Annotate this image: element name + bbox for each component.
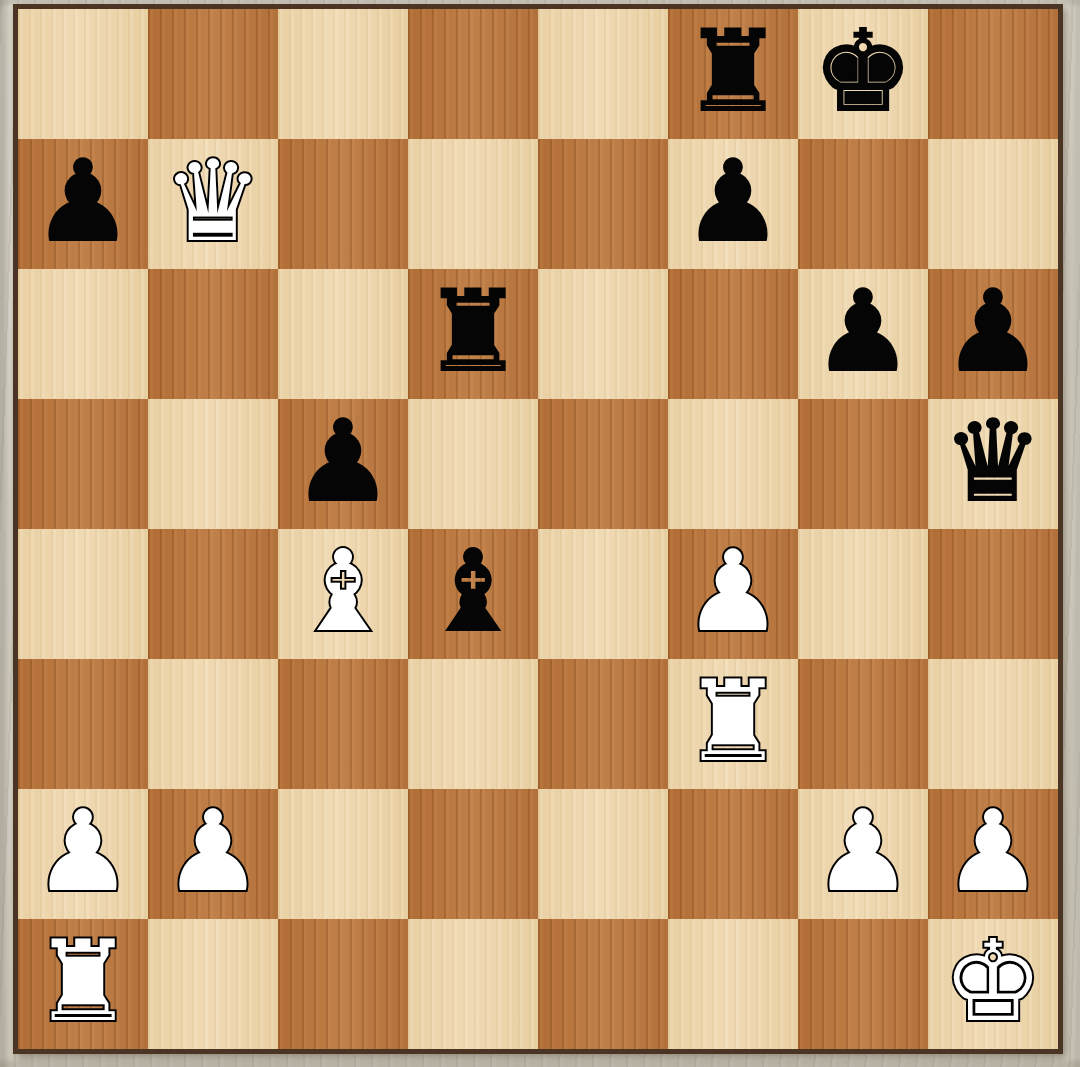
square-d1[interactable] bbox=[408, 919, 538, 1049]
square-c4[interactable]: ♝ bbox=[278, 529, 408, 659]
square-b5[interactable] bbox=[148, 399, 278, 529]
square-h7[interactable] bbox=[928, 139, 1058, 269]
square-f1[interactable] bbox=[668, 919, 798, 1049]
piece-white-pawn[interactable]: ♟ bbox=[928, 786, 1058, 916]
square-c2[interactable] bbox=[278, 789, 408, 919]
square-b3[interactable] bbox=[148, 659, 278, 789]
square-c8[interactable] bbox=[278, 9, 408, 139]
piece-black-pawn[interactable]: ♟ bbox=[668, 136, 798, 266]
square-a3[interactable] bbox=[18, 659, 148, 789]
piece-black-pawn[interactable]: ♟ bbox=[278, 396, 408, 526]
piece-black-pawn[interactable]: ♟ bbox=[18, 136, 148, 266]
square-h1[interactable]: ♚ bbox=[928, 919, 1058, 1049]
square-g7[interactable] bbox=[798, 139, 928, 269]
piece-white-pawn[interactable]: ♟ bbox=[18, 786, 148, 916]
square-b7[interactable]: ♛ bbox=[148, 139, 278, 269]
square-d8[interactable] bbox=[408, 9, 538, 139]
square-e8[interactable] bbox=[538, 9, 668, 139]
piece-white-pawn[interactable]: ♟ bbox=[148, 786, 278, 916]
square-h5[interactable]: ♛ bbox=[928, 399, 1058, 529]
square-g3[interactable] bbox=[798, 659, 928, 789]
piece-black-queen[interactable]: ♛ bbox=[928, 396, 1058, 526]
square-e4[interactable] bbox=[538, 529, 668, 659]
piece-white-pawn[interactable]: ♟ bbox=[668, 526, 798, 656]
piece-black-rook[interactable]: ♜ bbox=[668, 6, 798, 136]
page-background: { "game": "chess", "position": { "fen": … bbox=[0, 0, 1080, 1067]
piece-white-bishop[interactable]: ♝ bbox=[278, 526, 408, 656]
square-b2[interactable]: ♟ bbox=[148, 789, 278, 919]
piece-black-bishop[interactable]: ♝ bbox=[408, 526, 538, 656]
square-e7[interactable] bbox=[538, 139, 668, 269]
square-f3[interactable]: ♜ bbox=[668, 659, 798, 789]
square-d7[interactable] bbox=[408, 139, 538, 269]
square-d2[interactable] bbox=[408, 789, 538, 919]
square-c7[interactable] bbox=[278, 139, 408, 269]
piece-white-pawn[interactable]: ♟ bbox=[798, 786, 928, 916]
square-d6[interactable]: ♜ bbox=[408, 269, 538, 399]
square-f5[interactable] bbox=[668, 399, 798, 529]
square-a4[interactable] bbox=[18, 529, 148, 659]
square-c5[interactable]: ♟ bbox=[278, 399, 408, 529]
square-e5[interactable] bbox=[538, 399, 668, 529]
square-e6[interactable] bbox=[538, 269, 668, 399]
piece-black-rook[interactable]: ♜ bbox=[408, 266, 538, 396]
square-e3[interactable] bbox=[538, 659, 668, 789]
square-a1[interactable]: ♜ bbox=[18, 919, 148, 1049]
piece-black-pawn[interactable]: ♟ bbox=[928, 266, 1058, 396]
chess-board-frame: ♜♚♟♛♟♜♟♟♟♛♝♝♟♜♟♟♟♟♜♚ bbox=[13, 4, 1063, 1054]
square-e2[interactable] bbox=[538, 789, 668, 919]
square-d4[interactable]: ♝ bbox=[408, 529, 538, 659]
square-h3[interactable] bbox=[928, 659, 1058, 789]
square-f2[interactable] bbox=[668, 789, 798, 919]
square-d5[interactable] bbox=[408, 399, 538, 529]
square-h8[interactable] bbox=[928, 9, 1058, 139]
square-h6[interactable]: ♟ bbox=[928, 269, 1058, 399]
square-g6[interactable]: ♟ bbox=[798, 269, 928, 399]
square-c1[interactable] bbox=[278, 919, 408, 1049]
square-g2[interactable]: ♟ bbox=[798, 789, 928, 919]
square-a6[interactable] bbox=[18, 269, 148, 399]
square-g1[interactable] bbox=[798, 919, 928, 1049]
piece-black-king[interactable]: ♚ bbox=[798, 6, 928, 136]
square-b4[interactable] bbox=[148, 529, 278, 659]
square-g5[interactable] bbox=[798, 399, 928, 529]
piece-white-king[interactable]: ♚ bbox=[928, 916, 1058, 1046]
piece-black-pawn[interactable]: ♟ bbox=[798, 266, 928, 396]
chess-board: ♜♚♟♛♟♜♟♟♟♛♝♝♟♜♟♟♟♟♜♚ bbox=[18, 9, 1058, 1049]
square-b8[interactable] bbox=[148, 9, 278, 139]
piece-white-rook[interactable]: ♜ bbox=[18, 916, 148, 1046]
square-d3[interactable] bbox=[408, 659, 538, 789]
square-a7[interactable]: ♟ bbox=[18, 139, 148, 269]
square-c6[interactable] bbox=[278, 269, 408, 399]
square-f4[interactable]: ♟ bbox=[668, 529, 798, 659]
square-b1[interactable] bbox=[148, 919, 278, 1049]
square-h2[interactable]: ♟ bbox=[928, 789, 1058, 919]
square-f8[interactable]: ♜ bbox=[668, 9, 798, 139]
square-a2[interactable]: ♟ bbox=[18, 789, 148, 919]
square-f6[interactable] bbox=[668, 269, 798, 399]
square-h4[interactable] bbox=[928, 529, 1058, 659]
piece-white-queen[interactable]: ♛ bbox=[148, 136, 278, 266]
piece-white-rook[interactable]: ♜ bbox=[668, 656, 798, 786]
square-e1[interactable] bbox=[538, 919, 668, 1049]
square-g4[interactable] bbox=[798, 529, 928, 659]
square-a5[interactable] bbox=[18, 399, 148, 529]
square-g8[interactable]: ♚ bbox=[798, 9, 928, 139]
square-c3[interactable] bbox=[278, 659, 408, 789]
square-a8[interactable] bbox=[18, 9, 148, 139]
square-b6[interactable] bbox=[148, 269, 278, 399]
square-f7[interactable]: ♟ bbox=[668, 139, 798, 269]
